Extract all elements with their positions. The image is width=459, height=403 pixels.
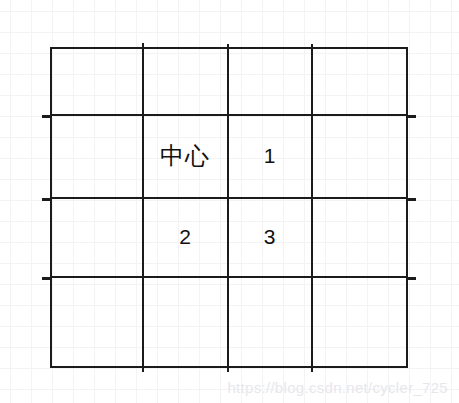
- sketch-overshoot-right-row4: [406, 277, 416, 280]
- cell-r4-c1: [52, 278, 144, 369]
- csdn-watermark: https://blog.csdn.net/cycler_725: [227, 379, 448, 396]
- cell-r2-c1: [52, 116, 144, 199]
- sketch-overshoot-bottom-col4: [311, 366, 314, 372]
- cell-r3-c2-neighbor2: 2: [144, 199, 229, 278]
- cell-r2-c4: [313, 116, 409, 199]
- cell-r1-c4: [313, 49, 409, 116]
- board-grid: 中心 1 2 3: [50, 47, 408, 368]
- sketch-overshoot-bottom-col2: [142, 366, 145, 372]
- cell-r3-c1: [52, 199, 144, 278]
- sketch-overshoot-top-col3: [227, 44, 230, 50]
- sketch-overshoot-left-row4: [42, 277, 52, 280]
- cell-r1-c1: [52, 49, 144, 116]
- cell-r4-c4: [313, 278, 409, 369]
- cell-r3-c3-neighbor3: 3: [229, 199, 313, 278]
- canvas: { "game": "grid-neighborhood-diagram", "…: [0, 0, 459, 403]
- cell-r4-c2: [144, 278, 229, 369]
- sketch-overshoot-right-row2: [406, 115, 416, 118]
- cell-r2-c2-center-label: 中心: [144, 116, 229, 199]
- sketch-overshoot-left-row3: [42, 198, 52, 201]
- sketch-overshoot-right-row3: [406, 198, 416, 201]
- sketch-overshoot-left-row2: [42, 115, 52, 118]
- cell-r3-c4: [313, 199, 409, 278]
- sketch-overshoot-top-col2: [142, 43, 145, 49]
- sketch-overshoot-bottom-col3: [227, 366, 230, 372]
- cell-r1-c2: [144, 49, 229, 116]
- sketch-overshoot-top-col4: [311, 44, 314, 50]
- cell-r2-c3-neighbor1: 1: [229, 116, 313, 199]
- cell-r4-c3: [229, 278, 313, 369]
- cell-r1-c3: [229, 49, 313, 116]
